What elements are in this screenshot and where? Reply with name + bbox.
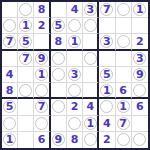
given-digit: 7: [6, 36, 14, 47]
sudoku-cell-r4c7[interactable]: [99, 51, 115, 67]
sudoku-cell-r6c5[interactable]: [67, 83, 83, 99]
given-digit: 7: [103, 4, 111, 15]
given-digit: 8: [71, 134, 79, 145]
sudoku-cell-r8c9[interactable]: [132, 116, 148, 132]
sudoku-cell-r6c1[interactable]: 8: [2, 83, 18, 99]
odd-marker-circle: [35, 84, 48, 97]
given-digit: 7: [38, 101, 46, 112]
sudoku-cell-r7c7[interactable]: [99, 99, 115, 115]
odd-marker-circle: [133, 133, 146, 146]
odd-marker-circle: [68, 19, 81, 32]
sudoku-cell-r1c8[interactable]: [116, 2, 132, 18]
odd-marker-circle: [100, 100, 113, 113]
sudoku-cell-r8c1[interactable]: [2, 116, 18, 132]
odd-marker-circle: [3, 19, 16, 32]
sudoku-cell-r5c1[interactable]: 4: [2, 67, 18, 83]
sudoku-cell-r7c2[interactable]: [18, 99, 34, 115]
given-digit: 6: [119, 85, 127, 96]
sudoku-cell-r6c9[interactable]: [132, 83, 148, 99]
sudoku-cell-r2c6[interactable]: [83, 18, 99, 34]
sudoku-cell-r8c5[interactable]: [67, 116, 83, 132]
given-digit: 5: [22, 36, 30, 47]
sudoku-cell-r6c3[interactable]: [34, 83, 50, 99]
sudoku-cell-r2c4[interactable]: 5: [51, 18, 67, 34]
odd-marker-circle: [19, 84, 32, 97]
sudoku-cell-r3c4[interactable]: 8: [51, 34, 67, 50]
sudoku-cell-r5c4[interactable]: [51, 67, 67, 83]
sudoku-cell-r9c2[interactable]: [18, 132, 34, 148]
odd-marker-circle: [52, 100, 65, 113]
odd-marker-circle: [19, 3, 32, 16]
odd-marker-circle: [3, 117, 16, 130]
sudoku-cell-r2c1[interactable]: [2, 18, 18, 34]
sudoku-cell-r1c2[interactable]: [18, 2, 34, 18]
given-digit: 2: [136, 36, 144, 47]
sudoku-cell-r1c1[interactable]: [2, 2, 18, 18]
sudoku-cell-r9c5[interactable]: 8: [67, 132, 83, 148]
odd-marker-circle: [68, 117, 81, 130]
sudoku-cell-r1c3[interactable]: 8: [34, 2, 50, 18]
sudoku-cell-r3c3[interactable]: [34, 34, 50, 50]
given-digit: 1: [6, 134, 14, 145]
sudoku-board: 843711257581327934135981657241614716982: [0, 0, 150, 150]
given-digit: 4: [71, 4, 79, 15]
given-digit: 9: [38, 53, 46, 64]
sudoku-cell-r2c7[interactable]: [99, 18, 115, 34]
odd-marker-circle: [35, 117, 48, 130]
sudoku-cell-r4c1[interactable]: [2, 51, 18, 67]
sudoku-cell-r4c4[interactable]: [51, 51, 67, 67]
sudoku-cell-r1c5[interactable]: 4: [67, 2, 83, 18]
given-digit: 7: [119, 118, 127, 129]
sudoku-cell-r6c8[interactable]: 6: [116, 83, 132, 99]
odd-marker-circle: [84, 133, 97, 146]
sudoku-cell-r3c1[interactable]: 7: [2, 34, 18, 50]
sudoku-cell-r7c6[interactable]: 4: [83, 99, 99, 115]
given-digit: 7: [22, 53, 30, 64]
given-digit: 3: [103, 36, 111, 47]
sudoku-cell-r6c6[interactable]: [83, 83, 99, 99]
odd-marker-circle: [84, 19, 97, 32]
sudoku-cell-r5c6[interactable]: [83, 67, 99, 83]
sudoku-cell-r8c7[interactable]: 4: [99, 116, 115, 132]
sudoku-cell-r4c2[interactable]: 7: [18, 51, 34, 67]
sudoku-cell-r9c6[interactable]: [83, 132, 99, 148]
sudoku-cell-r1c9[interactable]: 1: [132, 2, 148, 18]
sudoku-cell-r9c9[interactable]: [132, 132, 148, 148]
sudoku-cell-r8c8[interactable]: 7: [116, 116, 132, 132]
sudoku-cell-r9c7[interactable]: 2: [99, 132, 115, 148]
sudoku-cell-r2c2[interactable]: 1: [18, 18, 34, 34]
sudoku-cell-r3c6[interactable]: [83, 34, 99, 50]
odd-marker-circle: [117, 35, 130, 48]
given-digit: 2: [38, 20, 46, 31]
sudoku-cell-r3c7[interactable]: 3: [99, 34, 115, 50]
given-digit: 9: [54, 134, 62, 145]
sudoku-cell-r4c5[interactable]: [67, 51, 83, 67]
odd-marker-circle: [52, 52, 65, 65]
sudoku-cell-r1c4[interactable]: [51, 2, 67, 18]
given-digit: 1: [71, 36, 79, 47]
given-digit: 2: [71, 101, 79, 112]
sudoku-cell-r9c4[interactable]: 9: [51, 132, 67, 148]
given-digit: 8: [38, 4, 46, 15]
given-digit: 1: [119, 101, 127, 112]
given-digit: 3: [136, 53, 144, 64]
sudoku-cell-r3c8[interactable]: [116, 34, 132, 50]
given-digit: 8: [6, 85, 14, 96]
given-digit: 3: [86, 4, 94, 15]
given-digit: 6: [38, 134, 46, 145]
given-digit: 1: [22, 20, 30, 31]
sudoku-cell-r5c2[interactable]: [18, 67, 34, 83]
given-digit: 8: [54, 36, 62, 47]
sudoku-cell-r7c4[interactable]: [51, 99, 67, 115]
sudoku-cell-r9c3[interactable]: 6: [34, 132, 50, 148]
sudoku-cell-r6c4[interactable]: [51, 83, 67, 99]
given-digit: 6: [136, 101, 144, 112]
sudoku-cell-r4c8[interactable]: [116, 51, 132, 67]
given-digit: 4: [6, 69, 14, 80]
given-digit: 1: [136, 4, 144, 15]
sudoku-cell-r6c2[interactable]: [18, 83, 34, 99]
sudoku-cell-r2c3[interactable]: 2: [34, 18, 50, 34]
sudoku-cell-r5c7[interactable]: 5: [99, 67, 115, 83]
sudoku-cell-r2c8[interactable]: [116, 18, 132, 34]
sudoku-cell-r7c3[interactable]: 7: [34, 99, 50, 115]
sudoku-cell-r4c6[interactable]: [83, 51, 99, 67]
odd-marker-circle: [117, 3, 130, 16]
given-digit: 4: [86, 101, 94, 112]
odd-marker-circle: [52, 68, 65, 81]
sudoku-cell-r7c8[interactable]: 1: [116, 99, 132, 115]
sudoku-cell-r4c3[interactable]: 9: [34, 51, 50, 67]
given-digit: 1: [103, 85, 111, 96]
odd-marker-circle: [84, 52, 97, 65]
sudoku-cell-r1c7[interactable]: 7: [99, 2, 115, 18]
sudoku-cell-r5c3[interactable]: 1: [34, 67, 50, 83]
odd-marker-circle: [117, 133, 130, 146]
given-digit: 1: [38, 69, 46, 80]
sudoku-cell-r9c8[interactable]: [116, 132, 132, 148]
sudoku-cell-r1c6[interactable]: 3: [83, 2, 99, 18]
sudoku-cell-r5c9[interactable]: 9: [132, 67, 148, 83]
given-digit: 5: [6, 101, 14, 112]
given-digit: 1: [86, 118, 94, 129]
sudoku-cell-r3c9[interactable]: 2: [132, 34, 148, 50]
odd-marker-circle: [68, 84, 81, 97]
sudoku-cell-r8c6[interactable]: 1: [83, 116, 99, 132]
sudoku-cell-r3c2[interactable]: 5: [18, 34, 34, 50]
sudoku-cell-r3c5[interactable]: 1: [67, 34, 83, 50]
sudoku-cell-r8c3[interactable]: [34, 116, 50, 132]
sudoku-cell-r5c8[interactable]: [116, 67, 132, 83]
given-digit: 5: [103, 69, 111, 80]
sudoku-cell-r8c4[interactable]: [51, 116, 67, 132]
sudoku-cell-r7c9[interactable]: 6: [132, 99, 148, 115]
given-digit: 3: [71, 69, 79, 80]
odd-marker-circle: [133, 84, 146, 97]
sudoku-cell-r7c5[interactable]: 2: [67, 99, 83, 115]
given-digit: 9: [136, 69, 144, 80]
sudoku-cell-r5c5[interactable]: 3: [67, 67, 83, 83]
sudoku-cell-r2c5[interactable]: [67, 18, 83, 34]
given-digit: 5: [54, 20, 62, 31]
sudoku-cell-r8c2[interactable]: [18, 116, 34, 132]
sudoku-cell-r7c1[interactable]: 5: [2, 99, 18, 115]
given-digit: 4: [103, 118, 111, 129]
sudoku-cell-r2c9[interactable]: [132, 18, 148, 34]
sudoku-cell-r6c7[interactable]: 1: [99, 83, 115, 99]
sudoku-cell-r4c9[interactable]: 3: [132, 51, 148, 67]
given-digit: 2: [103, 134, 111, 145]
sudoku-cell-r9c1[interactable]: 1: [2, 132, 18, 148]
